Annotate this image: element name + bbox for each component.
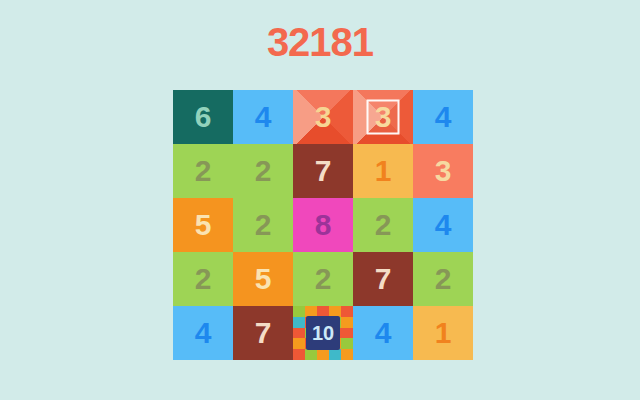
tile-r5-c1[interactable]: 4 [173, 306, 233, 360]
game-screen: 32181 64334227135282425272471041 [0, 0, 640, 400]
tile-r3-c1[interactable]: 5 [173, 198, 233, 252]
tile-r5-c2[interactable]: 7 [233, 306, 293, 360]
tile-r1-c1[interactable]: 6 [173, 90, 233, 144]
tile-value: 3 [435, 154, 452, 188]
tile-r4-c4[interactable]: 7 [353, 252, 413, 306]
tile-r4-c1[interactable]: 2 [173, 252, 233, 306]
tile-r4-c2[interactable]: 5 [233, 252, 293, 306]
tile-value: 2 [195, 262, 212, 296]
score-display: 32181 [0, 20, 640, 65]
tile-value: 2 [375, 208, 392, 242]
special-tile-value: 10 [306, 316, 340, 350]
tile-value: 4 [375, 316, 392, 350]
tile-value: 5 [195, 208, 212, 242]
tile-r1-c4[interactable]: 3 [353, 90, 413, 144]
board: 64334227135282425272471041 [173, 90, 473, 360]
tile-value: 4 [195, 316, 212, 350]
selection-box [367, 100, 400, 135]
tile-r2-c1[interactable]: 2 [173, 144, 233, 198]
tile-value: 6 [195, 100, 212, 134]
tile-r4-c5[interactable]: 2 [413, 252, 473, 306]
tile-r5-c3[interactable]: 10 [293, 306, 353, 360]
tile-r1-c5[interactable]: 4 [413, 90, 473, 144]
tile-r3-c3[interactable]: 8 [293, 198, 353, 252]
tile-value: 7 [255, 316, 272, 350]
tile-value: 2 [315, 262, 332, 296]
tile-value: 8 [315, 208, 332, 242]
tile-value: 2 [255, 208, 272, 242]
tile-r3-c5[interactable]: 4 [413, 198, 473, 252]
tile-r5-c5[interactable]: 1 [413, 306, 473, 360]
tile-value: 4 [435, 100, 452, 134]
tile-r2-c2[interactable]: 2 [233, 144, 293, 198]
tile-value: 5 [255, 262, 272, 296]
tile-r1-c2[interactable]: 4 [233, 90, 293, 144]
tile-r2-c3[interactable]: 7 [293, 144, 353, 198]
tile-r3-c4[interactable]: 2 [353, 198, 413, 252]
tile-r2-c4[interactable]: 1 [353, 144, 413, 198]
tile-value: 7 [375, 262, 392, 296]
tile-r4-c3[interactable]: 2 [293, 252, 353, 306]
tile-value: 1 [375, 154, 392, 188]
tile-r3-c2[interactable]: 2 [233, 198, 293, 252]
tile-value: 3 [315, 100, 332, 134]
tile-value: 2 [255, 154, 272, 188]
tile-r2-c5[interactable]: 3 [413, 144, 473, 198]
tile-value: 7 [315, 154, 332, 188]
tile-value: 2 [195, 154, 212, 188]
tile-value: 2 [435, 262, 452, 296]
tile-value: 4 [255, 100, 272, 134]
tile-value: 1 [435, 316, 452, 350]
tile-r5-c4[interactable]: 4 [353, 306, 413, 360]
tile-value: 4 [435, 208, 452, 242]
tile-r1-c3[interactable]: 3 [293, 90, 353, 144]
